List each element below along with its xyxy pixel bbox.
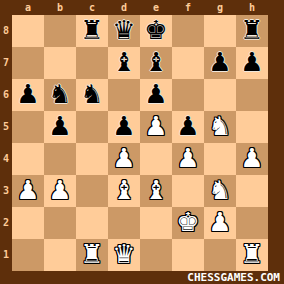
square-d8[interactable]: ♛ bbox=[108, 15, 140, 47]
white-pawn-b3[interactable]: ♟ bbox=[44, 175, 76, 207]
square-f7[interactable] bbox=[172, 47, 204, 79]
square-b2[interactable] bbox=[44, 207, 76, 239]
white-queen-d1[interactable]: ♛ bbox=[108, 239, 140, 271]
white-pawn-d4[interactable]: ♟ bbox=[108, 143, 140, 175]
square-c5[interactable] bbox=[76, 111, 108, 143]
file-label-a: a bbox=[12, 0, 44, 15]
black-king-e8[interactable]: ♚ bbox=[140, 15, 172, 47]
black-bishop-d7[interactable]: ♝ bbox=[108, 47, 140, 79]
square-e8[interactable]: ♚ bbox=[140, 15, 172, 47]
white-rook-c1[interactable]: ♜ bbox=[76, 239, 108, 271]
square-e1[interactable] bbox=[140, 239, 172, 271]
white-pawn-e5[interactable]: ♟ bbox=[140, 111, 172, 143]
square-d2[interactable] bbox=[108, 207, 140, 239]
square-d3[interactable]: ♝ bbox=[108, 175, 140, 207]
file-label-g: g bbox=[204, 0, 236, 15]
square-h6[interactable] bbox=[236, 79, 268, 111]
square-g3[interactable]: ♞ bbox=[204, 175, 236, 207]
square-d1[interactable]: ♛ bbox=[108, 239, 140, 271]
square-e7[interactable]: ♝ bbox=[140, 47, 172, 79]
square-g2[interactable]: ♟ bbox=[204, 207, 236, 239]
square-e5[interactable]: ♟ bbox=[140, 111, 172, 143]
square-b7[interactable] bbox=[44, 47, 76, 79]
square-a2[interactable] bbox=[12, 207, 44, 239]
square-f5[interactable]: ♟ bbox=[172, 111, 204, 143]
white-bishop-d3[interactable]: ♝ bbox=[108, 175, 140, 207]
file-label-f: f bbox=[172, 0, 204, 15]
rank-label-8: 8 bbox=[0, 15, 12, 47]
file-label-b: b bbox=[44, 0, 76, 15]
black-queen-d8[interactable]: ♛ bbox=[108, 15, 140, 47]
black-rook-h8[interactable]: ♜ bbox=[236, 15, 268, 47]
square-b3[interactable]: ♟ bbox=[44, 175, 76, 207]
rank-label-1: 1 bbox=[0, 239, 12, 271]
square-c2[interactable] bbox=[76, 207, 108, 239]
square-a6[interactable]: ♟ bbox=[12, 79, 44, 111]
square-h3[interactable] bbox=[236, 175, 268, 207]
square-d5[interactable]: ♟ bbox=[108, 111, 140, 143]
file-label-e: e bbox=[140, 0, 172, 15]
square-f4[interactable]: ♟ bbox=[172, 143, 204, 175]
chess-diagram-frame: abcdefgh 87654321 ♜♛♚♜♝♝♟♟♟♞♞♟♟♟♟♟♞♟♟♟♟♟… bbox=[0, 0, 284, 284]
square-g6[interactable] bbox=[204, 79, 236, 111]
square-e4[interactable] bbox=[140, 143, 172, 175]
square-e6[interactable]: ♟ bbox=[140, 79, 172, 111]
square-c1[interactable]: ♜ bbox=[76, 239, 108, 271]
black-pawn-f5[interactable]: ♟ bbox=[172, 111, 204, 143]
white-knight-g3[interactable]: ♞ bbox=[204, 175, 236, 207]
square-h8[interactable]: ♜ bbox=[236, 15, 268, 47]
file-label-d: d bbox=[108, 0, 140, 15]
square-h2[interactable] bbox=[236, 207, 268, 239]
black-pawn-e6[interactable]: ♟ bbox=[140, 79, 172, 111]
square-d7[interactable]: ♝ bbox=[108, 47, 140, 79]
black-knight-b6[interactable]: ♞ bbox=[44, 79, 76, 111]
square-c6[interactable]: ♞ bbox=[76, 79, 108, 111]
black-pawn-a6[interactable]: ♟ bbox=[12, 79, 44, 111]
white-rook-h1[interactable]: ♜ bbox=[236, 239, 268, 271]
white-knight-g5[interactable]: ♞ bbox=[204, 111, 236, 143]
white-pawn-g2[interactable]: ♟ bbox=[204, 207, 236, 239]
rank-label-7: 7 bbox=[0, 47, 12, 79]
rank-label-2: 2 bbox=[0, 207, 12, 239]
square-f2[interactable]: ♚ bbox=[172, 207, 204, 239]
square-h5[interactable] bbox=[236, 111, 268, 143]
black-pawn-g7[interactable]: ♟ bbox=[204, 47, 236, 79]
square-d4[interactable]: ♟ bbox=[108, 143, 140, 175]
square-a1[interactable] bbox=[12, 239, 44, 271]
board: ♜♛♚♜♝♝♟♟♟♞♞♟♟♟♟♟♞♟♟♟♟♟♝♝♞♚♟♜♛♜ bbox=[12, 15, 268, 271]
square-c7[interactable] bbox=[76, 47, 108, 79]
white-bishop-e3[interactable]: ♝ bbox=[140, 175, 172, 207]
white-pawn-a3[interactable]: ♟ bbox=[12, 175, 44, 207]
rank-label-4: 4 bbox=[0, 143, 12, 175]
file-label-c: c bbox=[76, 0, 108, 15]
square-g5[interactable]: ♞ bbox=[204, 111, 236, 143]
square-f1[interactable] bbox=[172, 239, 204, 271]
square-b5[interactable]: ♟ bbox=[44, 111, 76, 143]
square-f6[interactable] bbox=[172, 79, 204, 111]
square-b8[interactable] bbox=[44, 15, 76, 47]
rank-label-6: 6 bbox=[0, 79, 12, 111]
black-rook-c8[interactable]: ♜ bbox=[76, 15, 108, 47]
black-knight-c6[interactable]: ♞ bbox=[76, 79, 108, 111]
square-f3[interactable] bbox=[172, 175, 204, 207]
square-c8[interactable]: ♜ bbox=[76, 15, 108, 47]
black-pawn-b5[interactable]: ♟ bbox=[44, 111, 76, 143]
black-pawn-d5[interactable]: ♟ bbox=[108, 111, 140, 143]
square-b1[interactable] bbox=[44, 239, 76, 271]
black-pawn-h7[interactable]: ♟ bbox=[236, 47, 268, 79]
square-h7[interactable]: ♟ bbox=[236, 47, 268, 79]
square-a7[interactable] bbox=[12, 47, 44, 79]
square-a8[interactable] bbox=[12, 15, 44, 47]
square-c4[interactable] bbox=[76, 143, 108, 175]
square-c3[interactable] bbox=[76, 175, 108, 207]
rank-label-3: 3 bbox=[0, 175, 12, 207]
square-g7[interactable]: ♟ bbox=[204, 47, 236, 79]
square-h1[interactable]: ♜ bbox=[236, 239, 268, 271]
square-b4[interactable] bbox=[44, 143, 76, 175]
square-a3[interactable]: ♟ bbox=[12, 175, 44, 207]
white-pawn-h4[interactable]: ♟ bbox=[236, 143, 268, 175]
square-a4[interactable] bbox=[12, 143, 44, 175]
square-f8[interactable] bbox=[172, 15, 204, 47]
square-g8[interactable] bbox=[204, 15, 236, 47]
square-e2[interactable] bbox=[140, 207, 172, 239]
brand-text: CHESSGAMES.COM bbox=[187, 271, 280, 284]
file-labels: abcdefgh bbox=[12, 0, 268, 15]
square-g4[interactable] bbox=[204, 143, 236, 175]
white-king-f2[interactable]: ♚ bbox=[172, 207, 204, 239]
black-bishop-e7[interactable]: ♝ bbox=[140, 47, 172, 79]
file-label-h: h bbox=[236, 0, 268, 15]
white-pawn-f4[interactable]: ♟ bbox=[172, 143, 204, 175]
rank-labels: 87654321 bbox=[0, 15, 12, 271]
square-g1[interactable] bbox=[204, 239, 236, 271]
square-h4[interactable]: ♟ bbox=[236, 143, 268, 175]
square-b6[interactable]: ♞ bbox=[44, 79, 76, 111]
square-d6[interactable] bbox=[108, 79, 140, 111]
square-a5[interactable] bbox=[12, 111, 44, 143]
square-e3[interactable]: ♝ bbox=[140, 175, 172, 207]
rank-label-5: 5 bbox=[0, 111, 12, 143]
